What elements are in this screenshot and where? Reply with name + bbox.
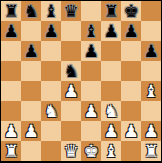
square-h1[interactable]: ♜: [141, 141, 161, 161]
white-knight[interactable]: ♞: [43, 101, 58, 121]
black-pawn[interactable]: ♟: [3, 21, 18, 41]
square-e7[interactable]: ♝: [81, 21, 101, 41]
white-pawn[interactable]: ♟: [143, 121, 158, 141]
square-d7[interactable]: [61, 21, 81, 41]
black-bishop[interactable]: ♝: [83, 21, 98, 41]
square-d2[interactable]: [61, 121, 81, 141]
black-rook[interactable]: ♜: [103, 1, 118, 21]
square-b5[interactable]: [21, 61, 41, 81]
square-b1[interactable]: [21, 141, 41, 161]
square-g3[interactable]: [121, 101, 141, 121]
square-h8[interactable]: [141, 1, 161, 21]
square-e3[interactable]: ♟: [81, 101, 101, 121]
square-c6[interactable]: [41, 41, 61, 61]
square-d3[interactable]: [61, 101, 81, 121]
square-c1[interactable]: [41, 141, 61, 161]
square-a6[interactable]: [1, 41, 21, 61]
square-d4[interactable]: ♟: [61, 81, 81, 101]
black-pawn[interactable]: ♟: [123, 21, 138, 41]
square-h5[interactable]: [141, 61, 161, 81]
square-b6[interactable]: ♟: [21, 41, 41, 61]
white-rook[interactable]: ♜: [3, 141, 18, 161]
black-pawn[interactable]: ♟: [23, 41, 38, 61]
black-pawn[interactable]: ♟: [83, 41, 98, 61]
square-c8[interactable]: ♝: [41, 1, 61, 21]
square-f3[interactable]: ♞: [101, 101, 121, 121]
black-queen[interactable]: ♛: [63, 1, 78, 21]
square-c5[interactable]: [41, 61, 61, 81]
square-g5[interactable]: [121, 61, 141, 81]
square-b7[interactable]: [21, 21, 41, 41]
square-f8[interactable]: ♜: [101, 1, 121, 21]
square-c7[interactable]: ♟: [41, 21, 61, 41]
black-pawn[interactable]: ♟: [103, 21, 118, 41]
square-c2[interactable]: [41, 121, 61, 141]
black-bishop[interactable]: ♝: [43, 1, 58, 21]
white-bishop[interactable]: ♝: [103, 141, 118, 161]
square-e8[interactable]: [81, 1, 101, 21]
square-f6[interactable]: [101, 41, 121, 61]
square-e6[interactable]: ♟: [81, 41, 101, 61]
black-knight[interactable]: ♞: [23, 1, 38, 21]
square-a4[interactable]: [1, 81, 21, 101]
white-pawn[interactable]: ♟: [63, 81, 78, 101]
square-d8[interactable]: ♛: [61, 1, 81, 21]
white-bishop[interactable]: ♝: [143, 81, 158, 101]
white-pawn[interactable]: ♟: [3, 121, 18, 141]
chess-board: ♜♞♝♛♜♚♟♟♝♟♟♟♟♟♞♟♝♞♟♞♟♟♟♟♟♜♛♚♝♜: [1, 1, 161, 161]
square-g1[interactable]: [121, 141, 141, 161]
square-h6[interactable]: ♟: [141, 41, 161, 61]
square-b8[interactable]: ♞: [21, 1, 41, 21]
square-g2[interactable]: ♟: [121, 121, 141, 141]
square-d1[interactable]: ♛: [61, 141, 81, 161]
square-f2[interactable]: ♟: [101, 121, 121, 141]
square-e5[interactable]: [81, 61, 101, 81]
square-g8[interactable]: ♚: [121, 1, 141, 21]
white-knight[interactable]: ♞: [103, 101, 118, 121]
square-e2[interactable]: [81, 121, 101, 141]
square-f7[interactable]: ♟: [101, 21, 121, 41]
white-pawn[interactable]: ♟: [23, 121, 38, 141]
black-rook[interactable]: ♜: [3, 1, 18, 21]
white-pawn[interactable]: ♟: [123, 121, 138, 141]
square-b3[interactable]: [21, 101, 41, 121]
square-a7[interactable]: ♟: [1, 21, 21, 41]
square-b2[interactable]: ♟: [21, 121, 41, 141]
square-a5[interactable]: [1, 61, 21, 81]
white-rook[interactable]: ♜: [143, 141, 158, 161]
square-h3[interactable]: [141, 101, 161, 121]
square-a3[interactable]: [1, 101, 21, 121]
square-f5[interactable]: [101, 61, 121, 81]
square-b4[interactable]: [21, 81, 41, 101]
square-g4[interactable]: [121, 81, 141, 101]
square-e1[interactable]: ♚: [81, 141, 101, 161]
square-d6[interactable]: [61, 41, 81, 61]
square-h2[interactable]: ♟: [141, 121, 161, 141]
square-d5[interactable]: ♞: [61, 61, 81, 81]
black-king[interactable]: ♚: [123, 1, 138, 21]
black-pawn[interactable]: ♟: [143, 41, 158, 61]
square-a1[interactable]: ♜: [1, 141, 21, 161]
square-g7[interactable]: ♟: [121, 21, 141, 41]
square-f1[interactable]: ♝: [101, 141, 121, 161]
square-a2[interactable]: ♟: [1, 121, 21, 141]
square-h7[interactable]: [141, 21, 161, 41]
chess-board-frame: ♜♞♝♛♜♚♟♟♝♟♟♟♟♟♞♟♝♞♟♞♟♟♟♟♟♜♛♚♝♜: [0, 1, 162, 163]
black-knight[interactable]: ♞: [63, 61, 78, 81]
square-f4[interactable]: [101, 81, 121, 101]
square-h4[interactable]: ♝: [141, 81, 161, 101]
white-king[interactable]: ♚: [83, 141, 98, 161]
square-a8[interactable]: ♜: [1, 1, 21, 21]
square-c4[interactable]: [41, 81, 61, 101]
white-pawn[interactable]: ♟: [103, 121, 118, 141]
square-e4[interactable]: [81, 81, 101, 101]
black-pawn[interactable]: ♟: [43, 21, 58, 41]
square-g6[interactable]: [121, 41, 141, 61]
square-c3[interactable]: ♞: [41, 101, 61, 121]
white-pawn[interactable]: ♟: [83, 101, 98, 121]
white-queen[interactable]: ♛: [63, 141, 78, 161]
